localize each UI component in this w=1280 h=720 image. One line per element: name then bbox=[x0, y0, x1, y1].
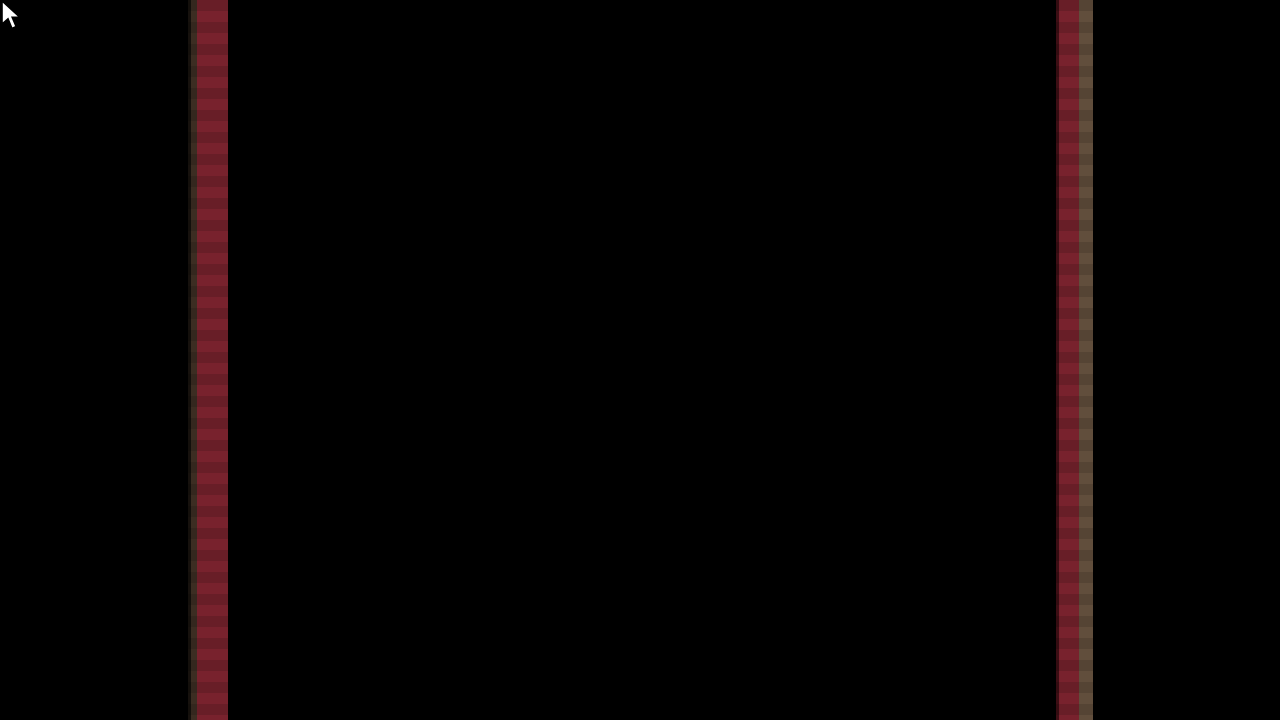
letterbox-right bbox=[1093, 0, 1280, 720]
letterbox-left bbox=[0, 0, 188, 720]
chess-app-frame bbox=[0, 0, 1280, 720]
board-frame-right bbox=[1056, 0, 1093, 720]
board bbox=[228, 0, 1056, 720]
board-frame-left bbox=[188, 0, 228, 720]
